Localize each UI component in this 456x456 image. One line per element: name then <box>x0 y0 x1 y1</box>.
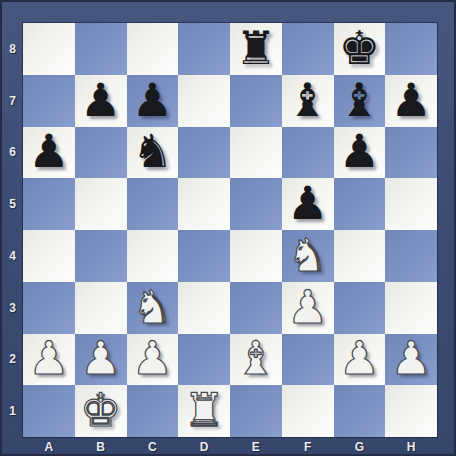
square-h4[interactable] <box>385 230 437 282</box>
chess-board: ♜♚♟♟♝♝♟♟♞♟♟♞♞♟♟♟♟♝♟♟♚♜ <box>23 23 437 437</box>
square-d5[interactable] <box>178 178 230 230</box>
square-h1[interactable] <box>385 385 437 437</box>
square-a7[interactable] <box>23 75 75 127</box>
square-f4[interactable]: ♞ <box>282 230 334 282</box>
black-bishop-f7[interactable]: ♝ <box>287 77 328 123</box>
file-label-f: F <box>282 437 334 456</box>
file-label-b: B <box>75 437 127 456</box>
black-pawn-f5[interactable]: ♟ <box>287 180 328 226</box>
white-king-b1[interactable]: ♚ <box>80 387 121 433</box>
black-pawn-h7[interactable]: ♟ <box>391 77 432 123</box>
rank-label-2: 2 <box>2 334 23 386</box>
square-b7[interactable]: ♟ <box>75 75 127 127</box>
black-pawn-b7[interactable]: ♟ <box>80 77 121 123</box>
square-c7[interactable]: ♟ <box>127 75 179 127</box>
square-f8[interactable] <box>282 23 334 75</box>
square-e6[interactable] <box>230 127 282 179</box>
white-bishop-e2[interactable]: ♝ <box>235 335 276 381</box>
square-a6[interactable]: ♟ <box>23 127 75 179</box>
square-f1[interactable] <box>282 385 334 437</box>
white-knight-c3[interactable]: ♞ <box>132 284 173 330</box>
square-b4[interactable] <box>75 230 127 282</box>
square-g8[interactable]: ♚ <box>334 23 386 75</box>
square-c2[interactable]: ♟ <box>127 334 179 386</box>
square-d3[interactable] <box>178 282 230 334</box>
square-b2[interactable]: ♟ <box>75 334 127 386</box>
square-f6[interactable] <box>282 127 334 179</box>
square-f3[interactable]: ♟ <box>282 282 334 334</box>
square-g5[interactable] <box>334 178 386 230</box>
square-d4[interactable] <box>178 230 230 282</box>
rank-label-7: 7 <box>2 75 23 127</box>
square-e3[interactable] <box>230 282 282 334</box>
chess-board-frame: 87654321 ABCDEFGH ♜♚♟♟♝♝♟♟♞♟♟♞♞♟♟♟♟♝♟♟♚♜ <box>0 0 456 456</box>
white-pawn-h2[interactable]: ♟ <box>391 335 432 381</box>
square-a8[interactable] <box>23 23 75 75</box>
square-a3[interactable] <box>23 282 75 334</box>
square-f7[interactable]: ♝ <box>282 75 334 127</box>
file-label-e: E <box>230 437 282 456</box>
square-a4[interactable] <box>23 230 75 282</box>
square-h6[interactable] <box>385 127 437 179</box>
file-label-d: D <box>178 437 230 456</box>
square-c8[interactable] <box>127 23 179 75</box>
file-label-h: H <box>385 437 437 456</box>
square-e1[interactable] <box>230 385 282 437</box>
square-f2[interactable] <box>282 334 334 386</box>
square-h8[interactable] <box>385 23 437 75</box>
square-h3[interactable] <box>385 282 437 334</box>
square-d2[interactable] <box>178 334 230 386</box>
square-h2[interactable]: ♟ <box>385 334 437 386</box>
rank-label-4: 4 <box>2 230 23 282</box>
square-f5[interactable]: ♟ <box>282 178 334 230</box>
square-c1[interactable] <box>127 385 179 437</box>
white-pawn-f3[interactable]: ♟ <box>287 284 328 330</box>
square-g2[interactable]: ♟ <box>334 334 386 386</box>
square-a5[interactable] <box>23 178 75 230</box>
square-g6[interactable]: ♟ <box>334 127 386 179</box>
black-pawn-g6[interactable]: ♟ <box>339 128 380 174</box>
square-e4[interactable] <box>230 230 282 282</box>
square-c5[interactable] <box>127 178 179 230</box>
square-g4[interactable] <box>334 230 386 282</box>
square-c4[interactable] <box>127 230 179 282</box>
square-e5[interactable] <box>230 178 282 230</box>
square-e2[interactable]: ♝ <box>230 334 282 386</box>
square-h5[interactable] <box>385 178 437 230</box>
square-g7[interactable]: ♝ <box>334 75 386 127</box>
black-pawn-a6[interactable]: ♟ <box>28 128 69 174</box>
rank-label-6: 6 <box>2 127 23 179</box>
square-a2[interactable]: ♟ <box>23 334 75 386</box>
white-pawn-g2[interactable]: ♟ <box>339 335 380 381</box>
square-h7[interactable]: ♟ <box>385 75 437 127</box>
square-b1[interactable]: ♚ <box>75 385 127 437</box>
square-g3[interactable] <box>334 282 386 334</box>
square-b5[interactable] <box>75 178 127 230</box>
square-g1[interactable] <box>334 385 386 437</box>
file-labels: ABCDEFGH <box>23 437 437 456</box>
square-a1[interactable] <box>23 385 75 437</box>
square-c3[interactable]: ♞ <box>127 282 179 334</box>
rank-label-1: 1 <box>2 385 23 437</box>
white-pawn-b2[interactable]: ♟ <box>80 335 121 381</box>
white-pawn-a2[interactable]: ♟ <box>28 335 69 381</box>
rank-label-8: 8 <box>2 23 23 75</box>
square-c6[interactable]: ♞ <box>127 127 179 179</box>
black-king-g8[interactable]: ♚ <box>339 25 380 71</box>
square-d6[interactable] <box>178 127 230 179</box>
square-b8[interactable] <box>75 23 127 75</box>
file-label-c: C <box>127 437 179 456</box>
white-knight-f4[interactable]: ♞ <box>287 232 328 278</box>
white-pawn-c2[interactable]: ♟ <box>132 335 173 381</box>
black-pawn-c7[interactable]: ♟ <box>132 77 173 123</box>
rank-label-5: 5 <box>2 178 23 230</box>
black-rook-e8[interactable]: ♜ <box>235 25 276 71</box>
rank-labels: 87654321 <box>2 23 23 437</box>
square-d1[interactable]: ♜ <box>178 385 230 437</box>
square-e7[interactable] <box>230 75 282 127</box>
rank-label-3: 3 <box>2 282 23 334</box>
black-knight-c6[interactable]: ♞ <box>132 128 173 174</box>
square-d8[interactable] <box>178 23 230 75</box>
black-bishop-g7[interactable]: ♝ <box>339 77 380 123</box>
file-label-g: G <box>334 437 386 456</box>
file-label-a: A <box>23 437 75 456</box>
square-e8[interactable]: ♜ <box>230 23 282 75</box>
square-b6[interactable] <box>75 127 127 179</box>
white-rook-d1[interactable]: ♜ <box>184 387 225 433</box>
square-d7[interactable] <box>178 75 230 127</box>
square-b3[interactable] <box>75 282 127 334</box>
